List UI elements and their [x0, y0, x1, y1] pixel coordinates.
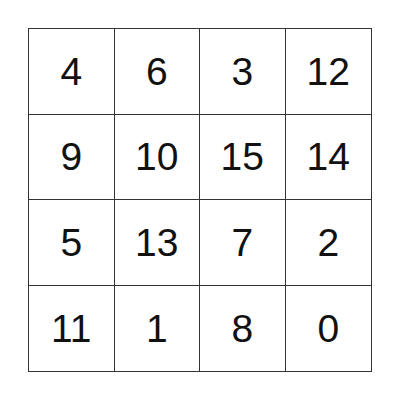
tile-r0-c2[interactable]: 3: [200, 29, 286, 115]
tile-r2-c2[interactable]: 7: [200, 200, 286, 286]
tile-r3-c1[interactable]: 1: [115, 286, 201, 372]
tile-r1-c3[interactable]: 14: [286, 115, 372, 201]
tile-r0-c3[interactable]: 12: [286, 29, 372, 115]
tile-r2-c1[interactable]: 13: [115, 200, 201, 286]
tile-r2-c3[interactable]: 2: [286, 200, 372, 286]
puzzle-stage: 4 6 3 12 9 10 15 14 5 13 7 2 11 1 8 0: [0, 0, 400, 400]
tile-r1-c2[interactable]: 15: [200, 115, 286, 201]
tile-r3-c0[interactable]: 11: [29, 286, 115, 372]
tile-r1-c1[interactable]: 10: [115, 115, 201, 201]
tile-r1-c0[interactable]: 9: [29, 115, 115, 201]
tile-r0-c0[interactable]: 4: [29, 29, 115, 115]
tile-r3-c3[interactable]: 0: [286, 286, 372, 372]
tile-r3-c2[interactable]: 8: [200, 286, 286, 372]
tile-r2-c0[interactable]: 5: [29, 200, 115, 286]
puzzle-board: 4 6 3 12 9 10 15 14 5 13 7 2 11 1 8 0: [28, 28, 372, 372]
tile-r0-c1[interactable]: 6: [115, 29, 201, 115]
